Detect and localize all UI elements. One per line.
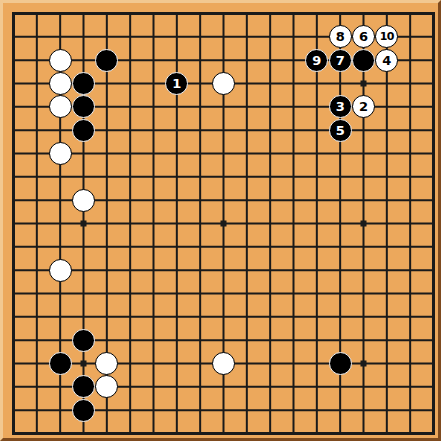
stone-white	[49, 72, 72, 95]
stone-black-move-3: 3	[329, 95, 352, 118]
stone-black	[352, 49, 375, 72]
stone-white	[72, 189, 95, 212]
star-point	[360, 220, 366, 226]
stone-black	[329, 352, 352, 375]
stone-black	[49, 352, 72, 375]
star-point	[360, 360, 366, 366]
move-number: 3	[336, 100, 345, 113]
move-number: 9	[312, 53, 321, 66]
stone-black	[72, 72, 95, 95]
move-number: 7	[336, 53, 345, 66]
go-board-diagram: 12345678910	[0, 0, 441, 441]
stone-white	[49, 259, 72, 282]
stone-white	[212, 72, 235, 95]
stone-black-move-5: 5	[329, 119, 352, 142]
star-point	[360, 80, 366, 86]
stone-white	[212, 352, 235, 375]
move-number: 4	[382, 53, 391, 66]
stone-black	[72, 119, 95, 142]
stone-black	[95, 49, 118, 72]
stone-white-move-4: 4	[375, 49, 398, 72]
move-number: 5	[336, 123, 345, 136]
go-board: 12345678910	[3, 3, 438, 438]
move-number: 2	[359, 100, 368, 113]
star-point	[80, 360, 86, 366]
stone-black-move-7: 7	[329, 49, 352, 72]
stone-black	[72, 329, 95, 352]
move-number: 6	[359, 30, 368, 43]
star-point	[80, 220, 86, 226]
move-number: 10	[380, 31, 394, 42]
move-number: 8	[336, 30, 345, 43]
stone-white-move-8: 8	[329, 25, 352, 48]
stone-black-move-9: 9	[305, 49, 328, 72]
stone-black	[72, 399, 95, 422]
stone-white	[49, 95, 72, 118]
stone-white	[49, 142, 72, 165]
star-point	[220, 220, 226, 226]
move-number: 1	[172, 76, 181, 89]
stone-white	[49, 49, 72, 72]
